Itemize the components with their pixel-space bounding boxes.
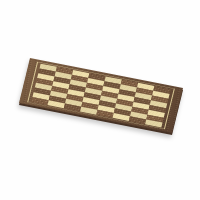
board-shadow bbox=[0, 0, 200, 200]
chess-board bbox=[19, 58, 183, 133]
product-photo bbox=[0, 0, 200, 200]
